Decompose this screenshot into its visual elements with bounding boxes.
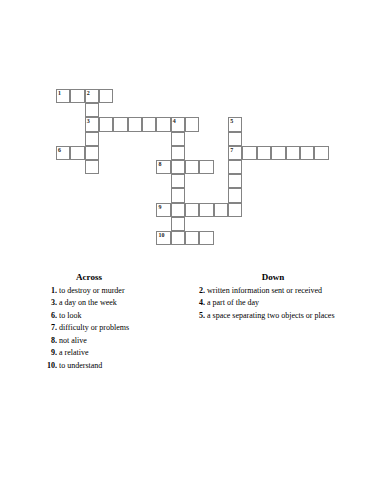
grid-cell[interactable] <box>228 132 242 146</box>
grid-cell[interactable] <box>257 146 271 160</box>
clue-number: 5. <box>178 310 205 322</box>
grid-cell[interactable] <box>228 174 242 188</box>
down-clue-list: 2.written information sent or received4.… <box>178 285 368 322</box>
worksheet-page: 12345678910 Across 1.to destroy or murde… <box>0 0 386 500</box>
grid-cell[interactable] <box>271 146 285 160</box>
clue-text: a space separating two objects or places <box>207 310 335 322</box>
grid-cell[interactable] <box>228 203 242 217</box>
clue-text: a part of the day <box>207 297 259 309</box>
grid-cell[interactable] <box>199 231 213 245</box>
grid-cell[interactable] <box>70 146 84 160</box>
cell-number: 6 <box>58 147 61 154</box>
clue-item: 3.a day on the week <box>30 297 148 309</box>
grid-cell[interactable] <box>171 203 185 217</box>
clue-item: 4.a part of the day <box>178 297 368 309</box>
grid-cell[interactable]: 6 <box>56 146 70 160</box>
grid-cell[interactable]: 10 <box>156 231 170 245</box>
grid-cell[interactable]: 4 <box>171 117 185 131</box>
grid-cell[interactable] <box>228 160 242 174</box>
clue-text: to look <box>59 310 81 322</box>
grid-cell[interactable]: 7 <box>228 146 242 160</box>
clue-number: 9. <box>30 347 57 359</box>
clue-text: difficulty or problems <box>59 322 129 334</box>
grid-cell[interactable] <box>171 188 185 202</box>
grid-cell[interactable] <box>199 203 213 217</box>
grid-cell[interactable] <box>171 174 185 188</box>
grid-cell[interactable] <box>314 146 328 160</box>
grid-cell[interactable] <box>286 146 300 160</box>
grid-cell[interactable] <box>199 160 213 174</box>
cell-number: 2 <box>87 90 90 97</box>
grid-cell[interactable] <box>171 146 185 160</box>
down-title: Down <box>178 272 368 283</box>
clue-number: 1. <box>30 285 57 297</box>
grid-cell[interactable] <box>171 231 185 245</box>
grid-cell[interactable] <box>171 217 185 231</box>
clue-number: 3. <box>30 297 57 309</box>
grid-cell[interactable] <box>99 117 113 131</box>
clue-number: 7. <box>30 322 57 334</box>
clue-item: 9.a relative <box>30 347 148 359</box>
grid-cell[interactable] <box>85 103 99 117</box>
clue-text: written information sent or received <box>207 285 322 297</box>
clue-item: 2.written information sent or received <box>178 285 368 297</box>
down-clues-section: Down 2.written information sent or recei… <box>178 272 368 322</box>
grid-cell[interactable]: 1 <box>56 89 70 103</box>
grid-cell[interactable] <box>113 117 127 131</box>
cell-number: 3 <box>87 118 90 125</box>
across-title: Across <box>30 272 148 283</box>
clue-text: not alive <box>59 335 87 347</box>
clue-number: 2. <box>178 285 205 297</box>
clue-item: 7.difficulty or problems <box>30 322 148 334</box>
grid-cell[interactable]: 9 <box>156 203 170 217</box>
clue-item: 8.not alive <box>30 335 148 347</box>
clue-item: 6.to look <box>30 310 148 322</box>
clue-text: a day on the week <box>59 297 117 309</box>
cell-number: 1 <box>58 90 61 97</box>
grid-cell[interactable] <box>242 146 256 160</box>
clue-number: 8. <box>30 335 57 347</box>
grid-cell[interactable] <box>85 160 99 174</box>
grid-cell[interactable] <box>171 160 185 174</box>
cell-number: 9 <box>158 204 161 211</box>
grid-cell[interactable] <box>171 132 185 146</box>
cell-number: 10 <box>158 232 164 239</box>
clue-text: to destroy or murder <box>59 285 125 297</box>
grid-cell[interactable]: 3 <box>85 117 99 131</box>
grid-cell[interactable] <box>214 203 228 217</box>
crossword-grid: 12345678910 <box>56 89 329 245</box>
clue-item: 5.a space separating two objects or plac… <box>178 310 368 322</box>
grid-cell[interactable] <box>185 160 199 174</box>
clue-item: 10.to understand <box>30 360 148 372</box>
grid-cell[interactable] <box>85 146 99 160</box>
clue-text: to understand <box>59 360 102 372</box>
grid-cell[interactable]: 2 <box>85 89 99 103</box>
grid-cell[interactable]: 8 <box>156 160 170 174</box>
grid-cell[interactable] <box>128 117 142 131</box>
grid-cell[interactable] <box>185 203 199 217</box>
clue-number: 4. <box>178 297 205 309</box>
across-clues-section: Across 1.to destroy or murder3.a day on … <box>30 272 148 372</box>
grid-cell[interactable] <box>185 117 199 131</box>
across-clue-list: 1.to destroy or murder3.a day on the wee… <box>30 285 148 372</box>
grid-cell[interactable] <box>85 132 99 146</box>
clue-number: 6. <box>30 310 57 322</box>
clue-number: 10. <box>30 360 57 372</box>
grid-cell[interactable] <box>99 89 113 103</box>
grid-cell[interactable] <box>156 117 170 131</box>
grid-cell[interactable] <box>228 188 242 202</box>
clue-text: a relative <box>59 347 89 359</box>
grid-cell[interactable] <box>185 231 199 245</box>
grid-cell[interactable]: 5 <box>228 117 242 131</box>
grid-cell[interactable] <box>142 117 156 131</box>
cell-number: 8 <box>158 161 161 168</box>
grid-cell[interactable] <box>300 146 314 160</box>
cell-number: 4 <box>173 118 176 125</box>
cell-number: 5 <box>230 118 233 125</box>
cell-number: 7 <box>230 147 233 154</box>
clue-item: 1.to destroy or murder <box>30 285 148 297</box>
grid-cell[interactable] <box>70 89 84 103</box>
